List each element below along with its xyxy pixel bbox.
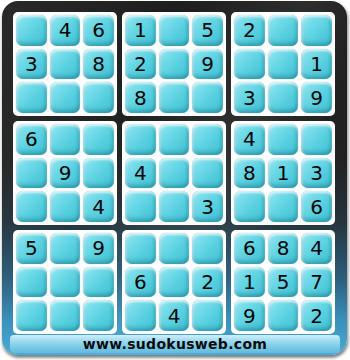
cell-r3c7[interactable]: 3 (234, 82, 265, 113)
cell-r9c1[interactable] (16, 300, 47, 331)
cell-r9c3[interactable] (83, 300, 114, 331)
cell-r7c3[interactable]: 9 (83, 233, 114, 264)
cell-r6c9[interactable]: 6 (301, 191, 332, 222)
footer-band: www.sudokusweb.com (10, 335, 340, 353)
cell-r2c8[interactable] (268, 49, 299, 80)
cell-r7c1[interactable]: 5 (16, 233, 47, 264)
cell-r4c7[interactable]: 4 (234, 124, 265, 155)
cell-r1c7[interactable]: 2 (234, 15, 265, 46)
cell-r8c1[interactable] (16, 267, 47, 298)
sudoku-app: 463815298213969443481365962468415792 www… (0, 0, 350, 360)
cell-r7c8[interactable]: 8 (268, 233, 299, 264)
cell-r2c2[interactable] (50, 49, 81, 80)
cell-r7c5[interactable] (159, 233, 190, 264)
block-2-0: 59 (13, 230, 117, 334)
cell-r5c5[interactable] (159, 158, 190, 189)
cell-r2c1[interactable]: 3 (16, 49, 47, 80)
cell-r2c4[interactable]: 2 (125, 49, 156, 80)
cell-r4c6[interactable] (192, 124, 223, 155)
cell-r5c2[interactable]: 9 (50, 158, 81, 189)
cell-r1c9[interactable] (301, 15, 332, 46)
cell-r1c1[interactable] (16, 15, 47, 46)
cell-r8c5[interactable] (159, 267, 190, 298)
cell-r4c5[interactable] (159, 124, 190, 155)
cell-r5c4[interactable]: 4 (125, 158, 156, 189)
website-url: www.sudokusweb.com (83, 336, 267, 352)
block-1-1: 43 (122, 121, 226, 225)
cell-r4c1[interactable]: 6 (16, 124, 47, 155)
block-0-2: 2139 (231, 12, 335, 116)
cell-r1c8[interactable] (268, 15, 299, 46)
cell-r8c2[interactable] (50, 267, 81, 298)
cell-r1c6[interactable]: 5 (192, 15, 223, 46)
cell-r8c9[interactable]: 7 (301, 267, 332, 298)
cell-r3c4[interactable]: 8 (125, 82, 156, 113)
cell-r3c3[interactable] (83, 82, 114, 113)
cell-r6c3[interactable]: 4 (83, 191, 114, 222)
block-1-0: 694 (13, 121, 117, 225)
cell-r5c7[interactable]: 8 (234, 158, 265, 189)
cell-r3c9[interactable]: 9 (301, 82, 332, 113)
cell-r7c7[interactable]: 6 (234, 233, 265, 264)
block-1-2: 48136 (231, 121, 335, 225)
cell-r4c3[interactable] (83, 124, 114, 155)
cell-r6c6[interactable]: 3 (192, 191, 223, 222)
cell-r7c4[interactable] (125, 233, 156, 264)
cell-r9c8[interactable] (268, 300, 299, 331)
cell-r2c5[interactable] (159, 49, 190, 80)
cell-r9c5[interactable]: 4 (159, 300, 190, 331)
cell-r3c2[interactable] (50, 82, 81, 113)
cell-r4c4[interactable] (125, 124, 156, 155)
cell-r1c2[interactable]: 4 (50, 15, 81, 46)
cell-r5c9[interactable]: 3 (301, 158, 332, 189)
cell-r3c1[interactable] (16, 82, 47, 113)
cell-r5c8[interactable]: 1 (268, 158, 299, 189)
cell-r5c6[interactable] (192, 158, 223, 189)
cell-r2c7[interactable] (234, 49, 265, 80)
cell-r7c6[interactable] (192, 233, 223, 264)
cell-r2c6[interactable]: 9 (192, 49, 223, 80)
cell-r5c3[interactable] (83, 158, 114, 189)
cell-r3c8[interactable] (268, 82, 299, 113)
cell-r6c8[interactable] (268, 191, 299, 222)
cell-r8c6[interactable]: 2 (192, 267, 223, 298)
cell-r6c1[interactable] (16, 191, 47, 222)
cell-r2c3[interactable]: 8 (83, 49, 114, 80)
cell-r5c1[interactable] (16, 158, 47, 189)
cell-r9c7[interactable]: 9 (234, 300, 265, 331)
cell-r1c5[interactable] (159, 15, 190, 46)
cell-r9c9[interactable]: 2 (301, 300, 332, 331)
cell-r8c7[interactable]: 1 (234, 267, 265, 298)
cell-r4c8[interactable] (268, 124, 299, 155)
cell-r8c3[interactable] (83, 267, 114, 298)
cell-r6c2[interactable] (50, 191, 81, 222)
block-2-2: 68415792 (231, 230, 335, 334)
cell-r4c2[interactable] (50, 124, 81, 155)
cell-r3c6[interactable] (192, 82, 223, 113)
cell-r2c9[interactable]: 1 (301, 49, 332, 80)
cell-r6c7[interactable] (234, 191, 265, 222)
sudoku-board: 463815298213969443481365962468415792 (13, 12, 335, 334)
cell-r4c9[interactable] (301, 124, 332, 155)
cell-r9c6[interactable] (192, 300, 223, 331)
block-2-1: 624 (122, 230, 226, 334)
block-0-1: 15298 (122, 12, 226, 116)
block-0-0: 4638 (13, 12, 117, 116)
cell-r3c5[interactable] (159, 82, 190, 113)
cell-r7c9[interactable]: 4 (301, 233, 332, 264)
cell-r9c2[interactable] (50, 300, 81, 331)
cell-r9c4[interactable] (125, 300, 156, 331)
cell-r6c5[interactable] (159, 191, 190, 222)
cell-r8c4[interactable]: 6 (125, 267, 156, 298)
cell-r1c3[interactable]: 6 (83, 15, 114, 46)
cell-r8c8[interactable]: 5 (268, 267, 299, 298)
cell-r1c4[interactable]: 1 (125, 15, 156, 46)
cell-r7c2[interactable] (50, 233, 81, 264)
cell-r6c4[interactable] (125, 191, 156, 222)
